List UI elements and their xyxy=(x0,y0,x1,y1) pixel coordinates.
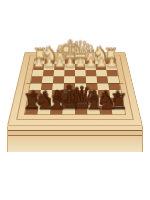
square[interactable] xyxy=(107,76,119,83)
board-grid: ♜♞♝♚♛♝♞♜♟♟♟♟♟♟♟♟♟♟♟♟♟♟♟♟♜♞♝♚♛♝♞♜ xyxy=(25,58,125,114)
square[interactable] xyxy=(42,76,54,83)
square[interactable]: ♜ xyxy=(111,106,125,115)
chess-set: ♜♞♝♚♛♝♞♜♟♟♟♟♟♟♟♟♟♟♟♟♟♟♟♟♜♞♝♚♛♝♞♜ xyxy=(7,0,143,126)
chess-board: ♜♞♝♚♛♝♞♜♟♟♟♟♟♟♟♟♟♟♟♟♟♟♟♟♜♞♝♚♛♝♞♜ xyxy=(16,55,134,120)
piece-wP[interactable]: ♟ xyxy=(105,55,117,69)
box-front-edge xyxy=(7,126,143,152)
product-photo: ♜♞♝♚♛♝♞♜♟♟♟♟♟♟♟♟♟♟♟♟♟♟♟♟♜♞♝♚♛♝♞♜ xyxy=(0,0,150,200)
piece-bR[interactable]: ♜ xyxy=(109,92,128,113)
board-assembly: ♜♞♝♚♛♝♞♜♟♟♟♟♟♟♟♟♟♟♟♟♟♟♟♟♜♞♝♚♛♝♞♜ xyxy=(7,52,143,126)
